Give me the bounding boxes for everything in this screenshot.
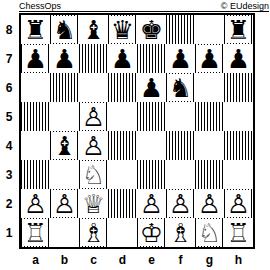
square-g6[interactable] (195, 73, 224, 102)
square-h6[interactable] (224, 73, 253, 102)
piece-black-knight: ♞ (168, 74, 193, 101)
piece-white-queen: ♕ (81, 190, 106, 217)
square-g1[interactable]: ♘ (195, 218, 224, 247)
square-e7[interactable] (137, 44, 166, 73)
square-f4[interactable] (166, 131, 195, 160)
piece-white-pawn: ♙ (23, 190, 48, 217)
file-label: d (108, 252, 137, 267)
file-label: h (224, 252, 253, 267)
square-d4[interactable] (108, 131, 137, 160)
square-g7[interactable]: ♟ (195, 44, 224, 73)
piece-black-rook: ♜ (226, 16, 251, 43)
rank-label: 1 (1, 218, 17, 247)
chessops-diagram: ChessOps © EUdesign 8 7 6 5 4 3 2 1 ♜♞♝♛… (0, 0, 270, 270)
rank-label: 2 (1, 189, 17, 218)
square-c6[interactable] (79, 73, 108, 102)
square-b3[interactable] (50, 160, 79, 189)
piece-white-knight: ♘ (81, 161, 106, 188)
square-e6[interactable]: ♟ (137, 73, 166, 102)
piece-black-pawn: ♟ (52, 45, 77, 72)
square-g5[interactable] (195, 102, 224, 131)
square-g4[interactable] (195, 131, 224, 160)
square-e4[interactable] (137, 131, 166, 160)
square-h1[interactable]: ♖ (224, 218, 253, 247)
rank-label: 7 (1, 44, 17, 73)
piece-black-knight: ♞ (52, 16, 77, 43)
square-d7[interactable]: ♟ (108, 44, 137, 73)
piece-black-queen: ♛ (110, 16, 135, 43)
rank-labels: 8 7 6 5 4 3 2 1 (1, 15, 17, 247)
square-a5[interactable] (21, 102, 50, 131)
piece-white-bishop: ♗ (168, 219, 193, 246)
square-f8[interactable] (166, 15, 195, 44)
square-c7[interactable] (79, 44, 108, 73)
rank-label: 5 (1, 102, 17, 131)
square-d6[interactable] (108, 73, 137, 102)
square-c8[interactable]: ♝ (79, 15, 108, 44)
square-d5[interactable] (108, 102, 137, 131)
square-h5[interactable] (224, 102, 253, 131)
piece-white-bishop: ♗ (81, 219, 106, 246)
square-b8[interactable]: ♞ (50, 15, 79, 44)
rank-label: 3 (1, 160, 17, 189)
square-g2[interactable]: ♙ (195, 189, 224, 218)
square-f1[interactable]: ♗ (166, 218, 195, 247)
piece-white-king: ♔ (139, 219, 164, 246)
square-a2[interactable]: ♙ (21, 189, 50, 218)
file-label: f (166, 252, 195, 267)
square-f5[interactable] (166, 102, 195, 131)
rank-label: 8 (1, 15, 17, 44)
square-a7[interactable]: ♟ (21, 44, 50, 73)
square-e5[interactable] (137, 102, 166, 131)
square-h7[interactable]: ♟ (224, 44, 253, 73)
piece-black-pawn: ♟ (110, 45, 135, 72)
square-f3[interactable] (166, 160, 195, 189)
square-a1[interactable]: ♖ (21, 218, 50, 247)
square-g3[interactable] (195, 160, 224, 189)
file-label: c (79, 252, 108, 267)
piece-white-pawn: ♙ (168, 190, 193, 217)
square-b2[interactable]: ♙ (50, 189, 79, 218)
square-a6[interactable] (21, 73, 50, 102)
file-label: e (137, 252, 166, 267)
piece-white-knight: ♘ (197, 219, 222, 246)
credit-text: © EUdesign (221, 1, 269, 11)
square-c2[interactable]: ♕ (79, 189, 108, 218)
piece-white-rook: ♖ (23, 219, 48, 246)
piece-black-rook: ♜ (23, 16, 48, 43)
square-e3[interactable] (137, 160, 166, 189)
piece-white-pawn: ♙ (81, 103, 106, 130)
piece-white-pawn: ♙ (197, 190, 222, 217)
piece-white-pawn: ♙ (81, 132, 106, 159)
square-b6[interactable] (50, 73, 79, 102)
piece-white-pawn: ♙ (52, 190, 77, 217)
square-c5[interactable]: ♙ (79, 102, 108, 131)
file-labels: a b c d e f g h (21, 252, 253, 267)
piece-black-pawn: ♟ (23, 45, 48, 72)
piece-black-bishop: ♝ (81, 16, 106, 43)
square-d8[interactable]: ♛ (108, 15, 137, 44)
app-title: ChessOps (19, 1, 61, 11)
board: ♜♞♝♛♚♜♟♟♟♟♟♟♟♞♙♝♙♘♙♙♕♙♙♙♙♖♗♔♗♘♖ (19, 13, 255, 249)
square-d1[interactable] (108, 218, 137, 247)
rank-label: 6 (1, 73, 17, 102)
square-b4[interactable]: ♝ (50, 131, 79, 160)
square-h8[interactable]: ♜ (224, 15, 253, 44)
piece-black-king: ♚ (139, 16, 164, 43)
piece-white-pawn: ♙ (226, 190, 251, 217)
piece-white-rook: ♖ (226, 219, 251, 246)
square-e8[interactable]: ♚ (137, 15, 166, 44)
square-h2[interactable]: ♙ (224, 189, 253, 218)
square-b1[interactable] (50, 218, 79, 247)
square-d3[interactable] (108, 160, 137, 189)
titlebar: ChessOps © EUdesign (19, 0, 269, 12)
square-c4[interactable]: ♙ (79, 131, 108, 160)
square-g8[interactable] (195, 15, 224, 44)
piece-black-pawn: ♟ (226, 45, 251, 72)
square-f2[interactable]: ♙ (166, 189, 195, 218)
square-f6[interactable]: ♞ (166, 73, 195, 102)
square-d2[interactable] (108, 189, 137, 218)
file-label: a (21, 252, 50, 267)
square-h4[interactable] (224, 131, 253, 160)
square-a4[interactable] (21, 131, 50, 160)
square-c3[interactable]: ♘ (79, 160, 108, 189)
square-e2[interactable]: ♙ (137, 189, 166, 218)
square-b5[interactable] (50, 102, 79, 131)
square-e1[interactable]: ♔ (137, 218, 166, 247)
piece-black-bishop: ♝ (52, 132, 77, 159)
piece-white-pawn: ♙ (139, 190, 164, 217)
square-h3[interactable] (224, 160, 253, 189)
file-label: b (50, 252, 79, 267)
square-f7[interactable]: ♟ (166, 44, 195, 73)
piece-black-pawn: ♟ (139, 74, 164, 101)
file-label: g (195, 252, 224, 267)
piece-black-pawn: ♟ (168, 45, 193, 72)
square-a8[interactable]: ♜ (21, 15, 50, 44)
square-a3[interactable] (21, 160, 50, 189)
rank-label: 4 (1, 131, 17, 160)
piece-black-pawn: ♟ (197, 45, 222, 72)
square-b7[interactable]: ♟ (50, 44, 79, 73)
square-c1[interactable]: ♗ (79, 218, 108, 247)
